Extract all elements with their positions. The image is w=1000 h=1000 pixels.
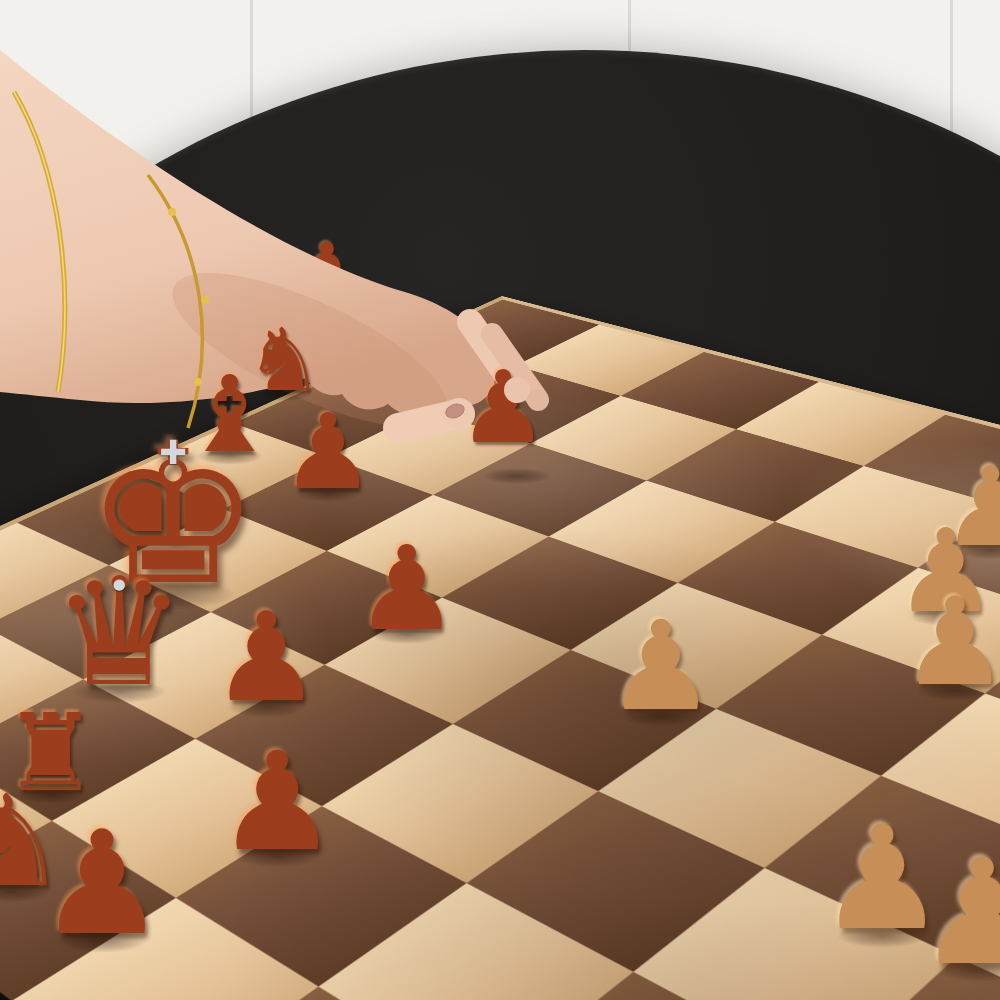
piece-shadow bbox=[483, 468, 551, 484]
piece-red-pawn-c1[interactable]: ♟ bbox=[38, 812, 167, 956]
piece-red-pawn-b8[interactable]: ♟ bbox=[458, 358, 548, 458]
piece-red-pawn-c5[interactable]: ♟ bbox=[354, 530, 459, 647]
king-metal-cross-icon: ✚ bbox=[159, 433, 187, 472]
piece-red-pawn-a7[interactable]: ♟ bbox=[288, 232, 367, 320]
piece-light-pawn-g5[interactable]: ♟ bbox=[900, 582, 1000, 704]
piece-light-pawn-h2[interactable]: ♟ bbox=[917, 838, 1000, 984]
piece-red-pawn-d2[interactable]: ♟ bbox=[216, 734, 338, 870]
piece-red-pawn-b5[interactable]: ♟ bbox=[281, 401, 374, 505]
piece-light-pawn-f4[interactable]: ♟ bbox=[606, 605, 717, 729]
piece-red-pawn-d4[interactable]: ♟ bbox=[211, 597, 321, 720]
queen-metal-ball-icon: ● bbox=[113, 575, 126, 593]
